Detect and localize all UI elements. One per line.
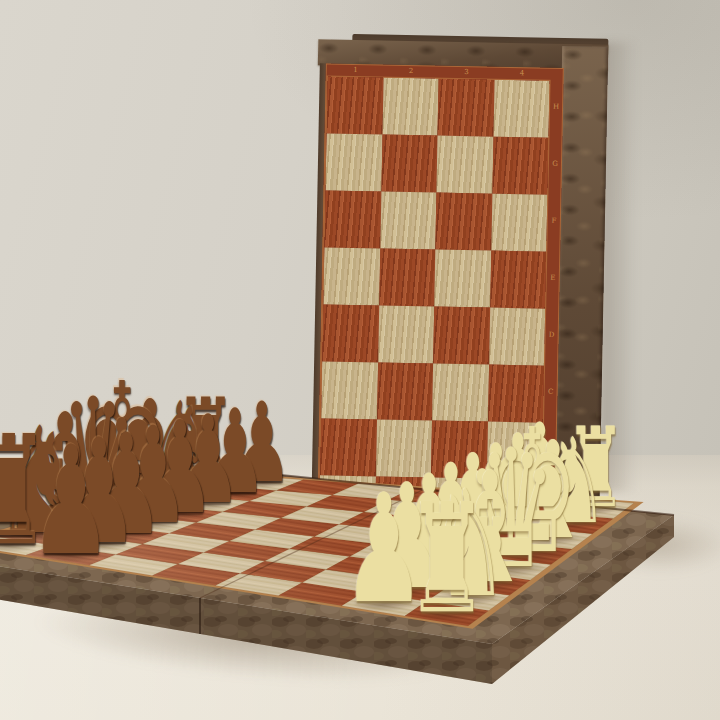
scene: 1234 HGFEDCB [0,0,720,720]
flat-board [0,0,720,720]
